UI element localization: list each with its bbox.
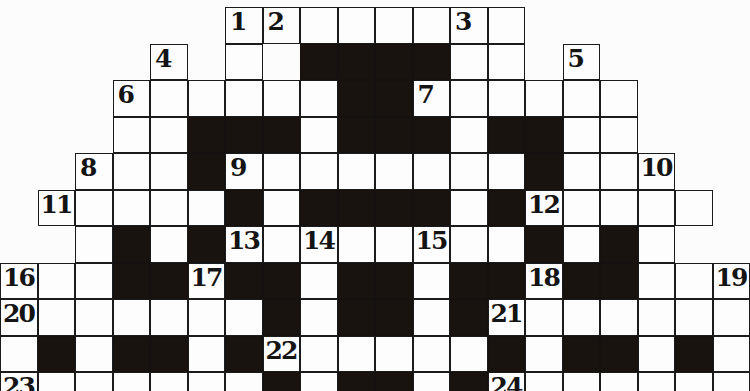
cell-r8-c1[interactable] [38, 299, 76, 336]
black-cell-r4-c14 [525, 153, 563, 190]
cell-r6-c17[interactable] [638, 226, 676, 263]
black-cell-r9-c1 [38, 336, 76, 373]
clue-number-14: 14 [303, 227, 334, 255]
cell-r9-c14[interactable] [525, 336, 563, 373]
cell-r8-c0[interactable]: 20 [0, 299, 38, 336]
clue-number-18: 18 [528, 264, 559, 292]
cell-r2-c12[interactable] [450, 80, 488, 117]
cell-r8-c14[interactable] [525, 299, 563, 336]
cell-r8-c11[interactable] [413, 299, 451, 336]
clue-number-24: 24 [491, 373, 522, 391]
background [638, 7, 676, 44]
black-cell-r3-c11 [413, 117, 451, 154]
cell-r10-c5[interactable] [188, 372, 226, 391]
cell-r6-c15[interactable] [563, 226, 601, 263]
cell-r4-c6[interactable]: 9 [225, 153, 263, 190]
background [675, 226, 713, 263]
cell-r10-c0[interactable]: 23 [0, 372, 38, 391]
cell-r7-c14[interactable]: 18 [525, 263, 563, 300]
black-cell-r6-c14 [525, 226, 563, 263]
cell-r2-c13[interactable] [488, 80, 526, 117]
cell-r10-c1[interactable] [38, 372, 76, 391]
cell-r2-c4[interactable] [150, 80, 188, 117]
clue-number-12: 12 [528, 191, 559, 219]
cell-r5-c1[interactable]: 11 [38, 190, 76, 227]
background [525, 44, 563, 81]
black-cell-r7-c13 [488, 263, 526, 300]
background [675, 7, 713, 44]
background [638, 44, 676, 81]
cell-r6-c8[interactable]: 14 [300, 226, 338, 263]
clue-number-11: 11 [41, 191, 72, 219]
background [675, 153, 713, 190]
clue-number-7: 7 [418, 81, 435, 109]
clue-number-5: 5 [568, 45, 585, 73]
background [525, 7, 563, 44]
black-cell-r9-c6 [225, 336, 263, 373]
background [638, 117, 676, 154]
cell-r8-c4[interactable] [150, 299, 188, 336]
background [0, 80, 38, 117]
cell-r5-c7[interactable] [263, 190, 301, 227]
cell-r8-c13[interactable]: 21 [488, 299, 526, 336]
background [713, 153, 750, 190]
black-cell-r7-c12 [450, 263, 488, 300]
cell-r3-c16[interactable] [600, 117, 638, 154]
clue-number-9: 9 [230, 154, 247, 182]
cell-r2-c7[interactable] [263, 80, 301, 117]
cell-r8-c6[interactable] [225, 299, 263, 336]
cell-r5-c2[interactable] [75, 190, 113, 227]
clue-number-8: 8 [80, 154, 97, 182]
background [675, 44, 713, 81]
black-cell-r8-c7 [263, 299, 301, 336]
cell-r10-c3[interactable] [113, 372, 151, 391]
black-cell-r2-c9 [338, 80, 376, 117]
cell-r6-c10[interactable] [375, 226, 413, 263]
black-cell-r5-c8 [300, 190, 338, 227]
cell-r8-c3[interactable] [113, 299, 151, 336]
cell-r9-c17[interactable] [638, 336, 676, 373]
cell-r4-c9[interactable] [338, 153, 376, 190]
background [600, 44, 638, 81]
cell-r2-c16[interactable] [600, 80, 638, 117]
cell-r4-c12[interactable] [450, 153, 488, 190]
clue-number-1: 1 [230, 8, 247, 36]
cell-r10-c17[interactable] [638, 372, 676, 391]
cell-r5-c12[interactable] [450, 190, 488, 227]
black-cell-r9-c13 [488, 336, 526, 373]
black-cell-r3-c13 [488, 117, 526, 154]
cell-r10-c4[interactable] [150, 372, 188, 391]
black-cell-r3-c5 [188, 117, 226, 154]
cell-r10-c11[interactable] [413, 372, 451, 391]
cell-r7-c11[interactable] [413, 263, 451, 300]
cell-r6-c7[interactable] [263, 226, 301, 263]
cell-r1-c4[interactable]: 4 [150, 44, 188, 81]
black-cell-r9-c15 [563, 336, 601, 373]
cell-r0-c12[interactable]: 3 [450, 7, 488, 44]
cell-r1-c15[interactable]: 5 [563, 44, 601, 81]
background [38, 80, 76, 117]
cell-r9-c8[interactable] [300, 336, 338, 373]
background [75, 117, 113, 154]
cell-r2-c3[interactable]: 6 [113, 80, 151, 117]
background [563, 7, 601, 44]
clue-number-15: 15 [416, 227, 447, 255]
cell-r9-c12[interactable] [450, 336, 488, 373]
background [75, 44, 113, 81]
cell-r8-c19[interactable] [713, 299, 750, 336]
background [675, 80, 713, 117]
black-cell-r9-c18 [675, 336, 713, 373]
background [0, 153, 38, 190]
cell-r3-c12[interactable] [450, 117, 488, 154]
black-cell-r7-c6 [225, 263, 263, 300]
cell-r7-c2[interactable] [75, 263, 113, 300]
cell-r8-c8[interactable] [300, 299, 338, 336]
cell-r9-c0[interactable] [0, 336, 38, 373]
black-cell-r5-c13 [488, 190, 526, 227]
cell-r8-c15[interactable] [563, 299, 601, 336]
cell-r4-c17[interactable]: 10 [638, 153, 676, 190]
black-cell-r3-c7 [263, 117, 301, 154]
cell-r8-c5[interactable] [188, 299, 226, 336]
clue-number-20: 20 [3, 300, 34, 328]
black-cell-r10-c12 [450, 372, 488, 391]
cell-r5-c15[interactable] [563, 190, 601, 227]
cell-r7-c18[interactable] [675, 263, 713, 300]
background [713, 80, 750, 117]
cell-r4-c15[interactable] [563, 153, 601, 190]
black-cell-r7-c15 [563, 263, 601, 300]
cell-r4-c7[interactable] [263, 153, 301, 190]
background [188, 7, 226, 44]
clue-number-13: 13 [228, 227, 259, 255]
cell-r7-c19[interactable]: 19 [713, 263, 750, 300]
clue-number-23: 23 [3, 373, 34, 391]
black-cell-r3-c6 [225, 117, 263, 154]
cell-r10-c14[interactable] [525, 372, 563, 391]
cell-r4-c3[interactable] [113, 153, 151, 190]
black-cell-r8-c10 [375, 299, 413, 336]
cell-r5-c14[interactable]: 12 [525, 190, 563, 227]
cell-r5-c18[interactable] [675, 190, 713, 227]
background [0, 226, 38, 263]
background [713, 44, 750, 81]
cell-r5-c4[interactable] [150, 190, 188, 227]
cell-r7-c1[interactable] [38, 263, 76, 300]
black-cell-r6-c3 [113, 226, 151, 263]
background [0, 44, 38, 81]
black-cell-r7-c10 [375, 263, 413, 300]
black-cell-r9-c3 [113, 336, 151, 373]
cell-r9-c11[interactable] [413, 336, 451, 373]
black-cell-r10-c10 [375, 372, 413, 391]
clue-number-2: 2 [268, 8, 285, 36]
black-cell-r5-c6 [225, 190, 263, 227]
cell-r4-c13[interactable] [488, 153, 526, 190]
cell-r10-c19[interactable] [713, 372, 750, 391]
black-cell-r7-c7 [263, 263, 301, 300]
black-cell-r9-c4 [150, 336, 188, 373]
background [675, 117, 713, 154]
cell-r9-c19[interactable] [713, 336, 750, 373]
black-cell-r5-c9 [338, 190, 376, 227]
cell-r6-c12[interactable] [450, 226, 488, 263]
cell-r7-c17[interactable] [638, 263, 676, 300]
cell-r8-c17[interactable] [638, 299, 676, 336]
black-cell-r9-c16 [600, 336, 638, 373]
cell-r4-c16[interactable] [600, 153, 638, 190]
black-cell-r4-c5 [188, 153, 226, 190]
background [38, 7, 76, 44]
black-cell-r8-c12 [450, 299, 488, 336]
cell-r3-c3[interactable] [113, 117, 151, 154]
cell-r10-c8[interactable] [300, 372, 338, 391]
background [150, 7, 188, 44]
cell-r9-c2[interactable] [75, 336, 113, 373]
cell-r9-c7[interactable]: 22 [263, 336, 301, 373]
background [38, 153, 76, 190]
cell-r5-c5[interactable] [188, 190, 226, 227]
cell-r4-c4[interactable] [150, 153, 188, 190]
crossword-grid: 123456789101112131415161718192021222324 [0, 7, 750, 391]
black-cell-r5-c10 [375, 190, 413, 227]
cell-r8-c2[interactable] [75, 299, 113, 336]
black-cell-r1-c11 [413, 44, 451, 81]
black-cell-r8-c9 [338, 299, 376, 336]
cell-r0-c7[interactable]: 2 [263, 7, 301, 44]
background [0, 190, 38, 227]
black-cell-r7-c9 [338, 263, 376, 300]
black-cell-r3-c14 [525, 117, 563, 154]
cell-r7-c5[interactable]: 17 [188, 263, 226, 300]
background [638, 80, 676, 117]
cell-r5-c3[interactable] [113, 190, 151, 227]
cell-r10-c6[interactable] [225, 372, 263, 391]
black-cell-r6-c16 [600, 226, 638, 263]
black-cell-r2-c10 [375, 80, 413, 117]
cell-r6-c4[interactable] [150, 226, 188, 263]
cell-r2-c14[interactable] [525, 80, 563, 117]
background [188, 44, 226, 81]
cell-r3-c4[interactable] [150, 117, 188, 154]
cell-r9-c9[interactable] [338, 336, 376, 373]
cell-r10-c18[interactable] [675, 372, 713, 391]
cell-r4-c2[interactable]: 8 [75, 153, 113, 190]
clue-number-4: 4 [155, 45, 172, 73]
background [713, 117, 750, 154]
cell-r0-c10[interactable] [375, 7, 413, 44]
background [38, 226, 76, 263]
background [38, 44, 76, 81]
cell-r0-c13[interactable] [488, 7, 526, 44]
cell-r9-c10[interactable] [375, 336, 413, 373]
background [113, 7, 151, 44]
clue-number-3: 3 [455, 8, 472, 36]
cell-r1-c12[interactable] [450, 44, 488, 81]
cell-r7-c0[interactable]: 16 [0, 263, 38, 300]
cell-r6-c13[interactable] [488, 226, 526, 263]
black-cell-r7-c3 [113, 263, 151, 300]
black-cell-r10-c7 [263, 372, 301, 391]
background [38, 117, 76, 154]
cell-r2-c11[interactable]: 7 [413, 80, 451, 117]
cell-r8-c18[interactable] [675, 299, 713, 336]
cell-r2-c15[interactable] [563, 80, 601, 117]
cell-r10-c15[interactable] [563, 372, 601, 391]
background [75, 80, 113, 117]
cell-r6-c6[interactable]: 13 [225, 226, 263, 263]
cell-r10-c13[interactable]: 24 [488, 372, 526, 391]
background [600, 7, 638, 44]
cell-r10-c2[interactable] [75, 372, 113, 391]
clue-number-19: 19 [716, 264, 747, 292]
clue-number-21: 21 [491, 300, 522, 328]
cell-r9-c5[interactable] [188, 336, 226, 373]
cell-r1-c13[interactable] [488, 44, 526, 81]
cell-r0-c11[interactable] [413, 7, 451, 44]
black-cell-r7-c4 [150, 263, 188, 300]
cell-r10-c16[interactable] [600, 372, 638, 391]
black-cell-r3-c9 [338, 117, 376, 154]
cell-r6-c9[interactable] [338, 226, 376, 263]
clue-number-16: 16 [3, 264, 34, 292]
clue-number-17: 17 [191, 264, 222, 292]
crossword-scan: 123456789101112131415161718192021222324 [0, 0, 750, 391]
cell-r7-c8[interactable] [300, 263, 338, 300]
black-cell-r1-c9 [338, 44, 376, 81]
black-cell-r3-c10 [375, 117, 413, 154]
cell-r4-c10[interactable] [375, 153, 413, 190]
cell-r2-c8[interactable] [300, 80, 338, 117]
black-cell-r1-c10 [375, 44, 413, 81]
cell-r6-c2[interactable] [75, 226, 113, 263]
cell-r4-c8[interactable] [300, 153, 338, 190]
cell-r3-c15[interactable] [563, 117, 601, 154]
black-cell-r6-c5 [188, 226, 226, 263]
cell-r6-c11[interactable]: 15 [413, 226, 451, 263]
black-cell-r1-c8 [300, 44, 338, 81]
cell-r4-c11[interactable] [413, 153, 451, 190]
background [0, 117, 38, 154]
background [263, 44, 301, 81]
cell-r3-c8[interactable] [300, 117, 338, 154]
black-cell-r7-c16 [600, 263, 638, 300]
cell-r5-c16[interactable] [600, 190, 638, 227]
black-cell-r5-c11 [413, 190, 451, 227]
cell-r5-c17[interactable] [638, 190, 676, 227]
cell-r0-c9[interactable] [338, 7, 376, 44]
background [713, 226, 750, 263]
cell-r8-c16[interactable] [600, 299, 638, 336]
background [0, 7, 38, 44]
clue-number-22: 22 [266, 337, 297, 365]
clue-number-6: 6 [118, 81, 135, 109]
background [75, 7, 113, 44]
cell-r2-c5[interactable] [188, 80, 226, 117]
background [713, 7, 750, 44]
cell-r0-c8[interactable] [300, 7, 338, 44]
clue-number-10: 10 [641, 154, 672, 182]
cell-r2-c6[interactable] [225, 80, 263, 117]
background [113, 44, 151, 81]
background [713, 190, 750, 227]
black-cell-r10-c9 [338, 372, 376, 391]
cell-r1-c6[interactable] [225, 44, 263, 81]
cell-r0-c6[interactable]: 1 [225, 7, 263, 44]
